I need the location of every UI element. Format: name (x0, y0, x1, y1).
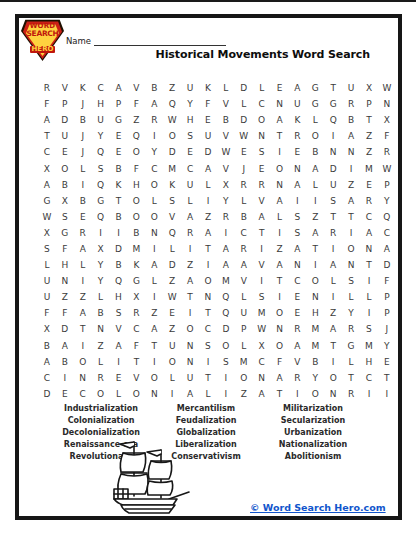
grid-cell: F (378, 273, 396, 289)
grid-cell: P (56, 96, 74, 112)
grid-cell: L (199, 386, 217, 402)
grid-cell: E (74, 209, 92, 225)
grid-cell: X (378, 112, 396, 128)
grid-cell: J (378, 321, 396, 337)
grid-cell: M (253, 305, 271, 321)
grid-cell: S (288, 209, 306, 225)
grid-cell: L (306, 112, 324, 128)
grid-cell: N (342, 257, 360, 273)
grid-cell: F (127, 160, 145, 176)
grid-cell: N (271, 96, 289, 112)
grid-cell: V (217, 128, 235, 144)
grid-cell: D (38, 386, 56, 402)
grid-cell: O (56, 160, 74, 176)
grid-cell: O (235, 370, 253, 386)
grid-cell: R (145, 112, 163, 128)
grid-cell: A (271, 257, 289, 273)
grid-cell: D (199, 144, 217, 160)
grid-cell: P (360, 96, 378, 112)
grid-cell: A (199, 160, 217, 176)
grid-cell: V (288, 354, 306, 370)
grid-cell: M (217, 273, 235, 289)
grid-cell: Z (56, 289, 74, 305)
grid-cell: J (74, 96, 92, 112)
grid-cell: Q (92, 177, 110, 193)
grid-cell: D (235, 112, 253, 128)
grid-cell: E (199, 112, 217, 128)
grid-cell: V (163, 209, 181, 225)
grid-cell: J (74, 128, 92, 144)
grid-cell: V (235, 273, 253, 289)
grid-cell: Q (92, 209, 110, 225)
grid-cell: U (181, 370, 199, 386)
grid-cell: G (306, 80, 324, 96)
grid-cell: Z (163, 321, 181, 337)
grid-cell: W (253, 321, 271, 337)
grid-cell: Q (378, 209, 396, 225)
grid-cell: L (145, 193, 163, 209)
grid-cell: U (199, 128, 217, 144)
grid-cell: A (38, 112, 56, 128)
grid-cell: L (235, 289, 253, 305)
grid-cell: F (56, 241, 74, 257)
grid-cell: O (127, 209, 145, 225)
grid-cell: E (110, 370, 128, 386)
grid-cell: W (163, 289, 181, 305)
word-list-item: Nationalization (255, 439, 371, 451)
grid-cell: I (217, 370, 235, 386)
grid-cell: C (378, 225, 396, 241)
grid-cell: O (306, 386, 324, 402)
grid-cell: S (199, 338, 217, 354)
grid-cell: K (74, 80, 92, 96)
grid-cell: M (163, 160, 181, 176)
word-list-item: Urbanization (255, 427, 371, 439)
grid-cell: T (145, 338, 163, 354)
grid-cell: Q (110, 273, 128, 289)
grid-cell: A (110, 80, 128, 96)
page-top-rule (0, 0, 416, 2)
grid-cell: I (288, 386, 306, 402)
grid-cell: R (127, 305, 145, 321)
grid-cell: A (74, 305, 92, 321)
grid-cell: F (38, 96, 56, 112)
grid-cell: H (92, 96, 110, 112)
grid-cell: S (253, 289, 271, 305)
grid-cell: A (360, 225, 378, 241)
grid-cell: L (342, 289, 360, 305)
grid-cell: N (145, 386, 163, 402)
grid-cell: H (127, 177, 145, 193)
grid-cell: E (288, 305, 306, 321)
grid-cell: O (145, 370, 163, 386)
grid-cell: U (38, 273, 56, 289)
grid-cell: L (199, 177, 217, 193)
grid-cell: R (288, 128, 306, 144)
grid-cell: I (163, 386, 181, 402)
grid-cell: G (324, 96, 342, 112)
grid-cell: F (38, 305, 56, 321)
grid-cell: O (92, 386, 110, 402)
grid-cell: N (306, 289, 324, 305)
page-title: Historical Movements Word Search (0, 48, 370, 61)
grid-cell: N (145, 225, 163, 241)
grid-cell: N (360, 241, 378, 257)
grid-cell: K (127, 257, 145, 273)
grid-cell: Z (199, 209, 217, 225)
grid-cell: P (378, 177, 396, 193)
grid-cell: L (306, 177, 324, 193)
grid-cell: I (56, 370, 74, 386)
grid-cell: Z (306, 209, 324, 225)
grid-cell: I (360, 386, 378, 402)
grid-cell: S (110, 305, 128, 321)
grid-cell: L (92, 289, 110, 305)
grid-cell: L (271, 209, 289, 225)
grid-cell: I (74, 338, 92, 354)
grid-cell: O (271, 338, 289, 354)
grid-cell: N (181, 338, 199, 354)
grid-cell: C (199, 321, 217, 337)
grid-cell: G (127, 273, 145, 289)
grid-cell: T (253, 225, 271, 241)
grid-cell: I (360, 305, 378, 321)
grid-cell: A (235, 257, 253, 273)
grid-cell: T (110, 193, 128, 209)
grid-cell: R (181, 225, 199, 241)
grid-cell: A (74, 241, 92, 257)
grid-cell: O (217, 338, 235, 354)
grid-cell: I (306, 257, 324, 273)
grid-cell: A (324, 257, 342, 273)
grid-cell: J (74, 144, 92, 160)
grid-cell: T (271, 273, 289, 289)
grid-cell: X (56, 193, 74, 209)
word-list-item: Colonialization (38, 415, 164, 427)
grid-cell: A (288, 338, 306, 354)
grid-cell: B (306, 354, 324, 370)
grid-cell: A (217, 257, 235, 273)
grid-cell: N (324, 144, 342, 160)
name-label: Name (66, 36, 91, 46)
grid-cell: H (360, 354, 378, 370)
grid-cell: P (378, 289, 396, 305)
grid-cell: R (235, 177, 253, 193)
grid-cell: I (324, 128, 342, 144)
grid-cell: L (163, 370, 181, 386)
grid-cell: Y (181, 96, 199, 112)
grid-cell: E (56, 386, 74, 402)
grid-cell: R (74, 225, 92, 241)
grid-cell: Q (163, 225, 181, 241)
word-search-hero-credit-link[interactable]: © Word Search Hero.com (250, 502, 372, 513)
grid-cell: R (342, 386, 360, 402)
grid-cell: Y (217, 193, 235, 209)
grid-cell: L (181, 193, 199, 209)
grid-cell: W (378, 80, 396, 96)
grid-cell: V (127, 370, 145, 386)
grid-cell: R (288, 321, 306, 337)
grid-cell: M (306, 338, 324, 354)
grid-cell: B (145, 80, 163, 96)
grid-cell: Z (360, 144, 378, 160)
grid-cell: K (288, 112, 306, 128)
grid-cell: L (360, 289, 378, 305)
grid-cell: D (110, 241, 128, 257)
grid-cell: D (217, 321, 235, 337)
grid-cell: I (271, 144, 289, 160)
grid-cell: L (235, 338, 253, 354)
grid-cell: I (217, 225, 235, 241)
grid-cell: D (235, 80, 253, 96)
grid-cell: I (199, 257, 217, 273)
grid-cell: N (253, 370, 271, 386)
grid-cell: H (56, 257, 74, 273)
grid-cell: T (181, 289, 199, 305)
grid-cell: A (253, 386, 271, 402)
grid-cell: C (92, 80, 110, 96)
grid-cell: O (342, 241, 360, 257)
grid-cell: V (217, 160, 235, 176)
grid-cell: T (199, 305, 217, 321)
grid-cell: S (38, 241, 56, 257)
grid-cell: L (110, 386, 128, 402)
grid-cell: T (306, 241, 324, 257)
grid-cell: D (378, 257, 396, 273)
logo-search: SEARCH (21, 30, 64, 38)
grid-cell: V (127, 80, 145, 96)
grid-cell: I (378, 386, 396, 402)
grid-cell: R (253, 177, 271, 193)
grid-cell: M (127, 241, 145, 257)
name-row: Name (66, 36, 226, 46)
grid-cell: N (288, 160, 306, 176)
word-list-item: Industrialization (38, 403, 164, 415)
grid-cell: A (145, 96, 163, 112)
grid-cell: A (288, 241, 306, 257)
grid-cell: G (56, 225, 74, 241)
grid-cell: I (74, 273, 92, 289)
grid-cell: A (288, 177, 306, 193)
grid-cell: P (110, 96, 128, 112)
grid-cell: D (163, 144, 181, 160)
grid-cell: A (181, 386, 199, 402)
grid-cell: I (324, 241, 342, 257)
grid-cell: F (127, 338, 145, 354)
grid-cell: Y (92, 257, 110, 273)
grid-cell: L (217, 80, 235, 96)
word-list-item: Secularization (255, 415, 371, 427)
grid-cell: I (145, 128, 163, 144)
grid-cell: A (145, 257, 163, 273)
grid-cell: M (360, 160, 378, 176)
grid-cell: A (181, 209, 199, 225)
grid-cell: R (92, 370, 110, 386)
grid-cell: A (271, 112, 289, 128)
grid-cell: X (38, 160, 56, 176)
grid-cell: X (38, 225, 56, 241)
grid-cell: R (217, 209, 235, 225)
grid-cell: F (378, 128, 396, 144)
grid-cell: Y (145, 144, 163, 160)
grid-cell: E (271, 80, 289, 96)
grid-cell: E (360, 177, 378, 193)
grid-cell: N (288, 257, 306, 273)
grid-cell: H (181, 112, 199, 128)
grid-cell: A (271, 193, 289, 209)
grid-cell: C (288, 273, 306, 289)
grid-cell: T (324, 338, 342, 354)
grid-cell: L (92, 354, 110, 370)
grid-cell: L (324, 273, 342, 289)
grid-cell: O (127, 386, 145, 402)
grid-cell: B (74, 193, 92, 209)
grid-cell: E (253, 160, 271, 176)
grid-cell: F (271, 354, 289, 370)
grid-cell: O (306, 273, 324, 289)
grid-cell: I (324, 354, 342, 370)
grid-cell: Y (92, 128, 110, 144)
name-blank-line (94, 36, 226, 46)
grid-cell: Q (127, 128, 145, 144)
grid-cell: T (74, 321, 92, 337)
grid-cell: A (306, 225, 324, 241)
grid-cell: T (324, 80, 342, 96)
grid-cell: Y (378, 338, 396, 354)
grid-cell: A (378, 241, 396, 257)
grid-cell: Z (181, 257, 199, 273)
grid-cell: N (378, 96, 396, 112)
grid-cell: B (56, 354, 74, 370)
grid-cell: I (74, 177, 92, 193)
grid-cell: P (235, 321, 253, 337)
grid-cell: O (163, 128, 181, 144)
grid-cell: B (127, 225, 145, 241)
grid-cell: O (163, 354, 181, 370)
grid-cell: E (110, 128, 128, 144)
grid-cell: U (235, 305, 253, 321)
grid-cell: N (253, 128, 271, 144)
grid-cell: B (110, 209, 128, 225)
grid-cell: V (253, 257, 271, 273)
grid-cell: I (110, 225, 128, 241)
grid-cell: G (38, 193, 56, 209)
grid-cell: A (324, 321, 342, 337)
grid-cell: U (163, 338, 181, 354)
grid-cell: L (235, 193, 253, 209)
grid-cell: N (74, 370, 92, 386)
grid-cell: R (360, 193, 378, 209)
grid-cell: I (145, 354, 163, 370)
grid-cell: I (306, 193, 324, 209)
grid-cell: S (217, 354, 235, 370)
grid-cell: U (324, 177, 342, 193)
grid-cell: L (342, 354, 360, 370)
grid-cell: R (324, 225, 342, 241)
grid-cell: B (306, 144, 324, 160)
grid-cell: A (217, 241, 235, 257)
grid-cell: R (235, 241, 253, 257)
grid-cell: V (110, 321, 128, 337)
grid-cell: Z (271, 241, 289, 257)
grid-cell: I (324, 289, 342, 305)
grid-cell: P (378, 305, 396, 321)
grid-cell: B (110, 257, 128, 273)
grid-cell: O (145, 209, 163, 225)
grid-cell: B (342, 112, 360, 128)
grid-cell: A (342, 193, 360, 209)
grid-cell: S (288, 225, 306, 241)
grid-cell: A (342, 128, 360, 144)
grid-cell: U (181, 80, 199, 96)
grid-cell: H (306, 305, 324, 321)
grid-cell: O (181, 321, 199, 337)
sailing-ship-illustration (109, 433, 193, 521)
grid-cell: Q (217, 305, 235, 321)
grid-cell: O (145, 177, 163, 193)
grid-cell: A (56, 338, 74, 354)
grid-cell: N (181, 354, 199, 370)
grid-cell: I (342, 225, 360, 241)
grid-cell: K (110, 177, 128, 193)
grid-cell: X (127, 289, 145, 305)
grid-cell: Q (217, 289, 235, 305)
grid-cell: O (74, 354, 92, 370)
grid-cell: D (56, 112, 74, 128)
grid-cell: A (110, 338, 128, 354)
grid-cell: V (217, 96, 235, 112)
grid-cell: T (199, 370, 217, 386)
grid-cell: B (235, 209, 253, 225)
grid-cell: E (110, 144, 128, 160)
grid-cell: Z (163, 80, 181, 96)
grid-cell: B (92, 305, 110, 321)
grid-cell: A (271, 370, 289, 386)
grid-cell: N (92, 321, 110, 337)
grid-cell: T (271, 128, 289, 144)
grid-cell: B (56, 177, 74, 193)
grid-cell: T (342, 209, 360, 225)
grid-cell: T (360, 257, 378, 273)
word-list-item: Feudalization (148, 415, 264, 427)
grid-cell: G (110, 112, 128, 128)
grid-cell: E (235, 144, 253, 160)
grid-cell: O (324, 370, 342, 386)
grid-cell: S (324, 193, 342, 209)
grid-cell: X (217, 177, 235, 193)
puzzle-grid: RVKCAVBZUKLDLEAGTUXWFPJHPFAQYFVLCNUGGRPN… (38, 80, 396, 402)
grid-cell: H (110, 289, 128, 305)
grid-cell: C (74, 386, 92, 402)
word-list-item: Militarization (255, 403, 371, 415)
grid-cell: R (38, 80, 56, 96)
grid-cell: T (271, 386, 289, 402)
grid-cell: I (110, 354, 128, 370)
grid-cell: A (288, 80, 306, 96)
grid-cell: L (253, 80, 271, 96)
grid-cell: E (288, 144, 306, 160)
grid-cell: S (163, 193, 181, 209)
grid-cell: A (199, 225, 217, 241)
grid-cell: S (342, 273, 360, 289)
grid-cell: I (253, 241, 271, 257)
grid-cell: E (181, 144, 199, 160)
grid-cell: M (306, 321, 324, 337)
grid-cell: Z (74, 289, 92, 305)
grid-cell: X (38, 321, 56, 337)
grid-cell: Y (342, 305, 360, 321)
grid-cell: A (38, 354, 56, 370)
